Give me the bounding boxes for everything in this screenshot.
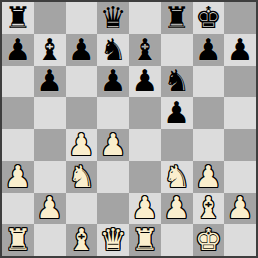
square-h6[interactable] — [224, 66, 256, 98]
square-g1[interactable]: ♚ — [193, 224, 225, 256]
square-b5[interactable] — [34, 97, 66, 129]
black-bishop: ♝ — [131, 35, 158, 65]
square-c3[interactable]: ♞ — [66, 161, 98, 193]
white-king: ♚ — [195, 225, 222, 255]
square-h2[interactable]: ♟ — [224, 193, 256, 225]
square-b6[interactable]: ♟ — [34, 66, 66, 98]
black-pawn: ♟ — [4, 35, 31, 65]
square-g5[interactable] — [193, 97, 225, 129]
square-c7[interactable]: ♟ — [66, 34, 98, 66]
square-a3[interactable]: ♟ — [2, 161, 34, 193]
chess-board: ♜♛♜♚♟♝♟♞♝♟♟♟♟♟♞♟♟♟♟♞♞♟♟♟♟♝♟♜♝♛♜♚ — [2, 2, 256, 256]
black-rook: ♜ — [4, 3, 31, 33]
square-d8[interactable]: ♛ — [97, 2, 129, 34]
square-e7[interactable]: ♝ — [129, 34, 161, 66]
square-c6[interactable] — [66, 66, 98, 98]
square-d5[interactable] — [97, 97, 129, 129]
square-h8[interactable] — [224, 2, 256, 34]
square-g3[interactable]: ♟ — [193, 161, 225, 193]
square-b1[interactable] — [34, 224, 66, 256]
square-c4[interactable]: ♟ — [66, 129, 98, 161]
square-b2[interactable]: ♟ — [34, 193, 66, 225]
square-a6[interactable] — [2, 66, 34, 98]
white-pawn: ♟ — [36, 193, 63, 223]
black-pawn: ♟ — [36, 66, 63, 96]
square-d4[interactable]: ♟ — [97, 129, 129, 161]
square-h4[interactable] — [224, 129, 256, 161]
white-pawn: ♟ — [195, 162, 222, 192]
square-b8[interactable] — [34, 2, 66, 34]
black-pawn: ♟ — [195, 35, 222, 65]
square-e2[interactable]: ♟ — [129, 193, 161, 225]
white-pawn: ♟ — [100, 130, 127, 160]
white-knight: ♞ — [163, 162, 190, 192]
black-rook: ♜ — [163, 3, 190, 33]
square-c8[interactable] — [66, 2, 98, 34]
black-pawn: ♟ — [100, 66, 127, 96]
black-pawn: ♟ — [227, 35, 254, 65]
square-c5[interactable] — [66, 97, 98, 129]
white-queen: ♛ — [100, 225, 127, 255]
black-queen: ♛ — [100, 3, 127, 33]
black-pawn: ♟ — [163, 98, 190, 128]
square-e5[interactable] — [129, 97, 161, 129]
square-g4[interactable] — [193, 129, 225, 161]
square-e8[interactable] — [129, 2, 161, 34]
white-bishop: ♝ — [68, 225, 95, 255]
white-rook: ♜ — [4, 225, 31, 255]
square-d2[interactable] — [97, 193, 129, 225]
square-b3[interactable] — [34, 161, 66, 193]
white-bishop: ♝ — [195, 193, 222, 223]
square-g2[interactable]: ♝ — [193, 193, 225, 225]
square-e4[interactable] — [129, 129, 161, 161]
white-pawn: ♟ — [163, 193, 190, 223]
square-f3[interactable]: ♞ — [161, 161, 193, 193]
black-knight: ♞ — [163, 66, 190, 96]
square-f2[interactable]: ♟ — [161, 193, 193, 225]
square-e3[interactable] — [129, 161, 161, 193]
square-b4[interactable] — [34, 129, 66, 161]
square-d7[interactable]: ♞ — [97, 34, 129, 66]
square-g8[interactable]: ♚ — [193, 2, 225, 34]
square-d6[interactable]: ♟ — [97, 66, 129, 98]
white-pawn: ♟ — [131, 193, 158, 223]
square-f7[interactable] — [161, 34, 193, 66]
square-h5[interactable] — [224, 97, 256, 129]
square-c1[interactable]: ♝ — [66, 224, 98, 256]
square-d1[interactable]: ♛ — [97, 224, 129, 256]
square-f8[interactable]: ♜ — [161, 2, 193, 34]
square-f4[interactable] — [161, 129, 193, 161]
square-a1[interactable]: ♜ — [2, 224, 34, 256]
square-g6[interactable] — [193, 66, 225, 98]
black-king: ♚ — [195, 3, 222, 33]
square-h7[interactable]: ♟ — [224, 34, 256, 66]
black-pawn: ♟ — [68, 35, 95, 65]
black-knight: ♞ — [100, 35, 127, 65]
square-e6[interactable]: ♟ — [129, 66, 161, 98]
square-f5[interactable]: ♟ — [161, 97, 193, 129]
square-f1[interactable] — [161, 224, 193, 256]
square-e1[interactable]: ♜ — [129, 224, 161, 256]
white-knight: ♞ — [68, 162, 95, 192]
square-a5[interactable] — [2, 97, 34, 129]
square-a7[interactable]: ♟ — [2, 34, 34, 66]
white-rook: ♜ — [131, 225, 158, 255]
black-bishop: ♝ — [36, 35, 63, 65]
chess-board-frame: ♜♛♜♚♟♝♟♞♝♟♟♟♟♟♞♟♟♟♟♞♞♟♟♟♟♝♟♜♝♛♜♚ — [0, 0, 258, 258]
white-pawn: ♟ — [4, 162, 31, 192]
square-d3[interactable] — [97, 161, 129, 193]
square-h1[interactable] — [224, 224, 256, 256]
square-a4[interactable] — [2, 129, 34, 161]
white-pawn: ♟ — [227, 193, 254, 223]
square-c2[interactable] — [66, 193, 98, 225]
black-pawn: ♟ — [131, 66, 158, 96]
square-g7[interactable]: ♟ — [193, 34, 225, 66]
square-a2[interactable] — [2, 193, 34, 225]
square-a8[interactable]: ♜ — [2, 2, 34, 34]
square-f6[interactable]: ♞ — [161, 66, 193, 98]
white-pawn: ♟ — [68, 130, 95, 160]
square-h3[interactable] — [224, 161, 256, 193]
square-b7[interactable]: ♝ — [34, 34, 66, 66]
